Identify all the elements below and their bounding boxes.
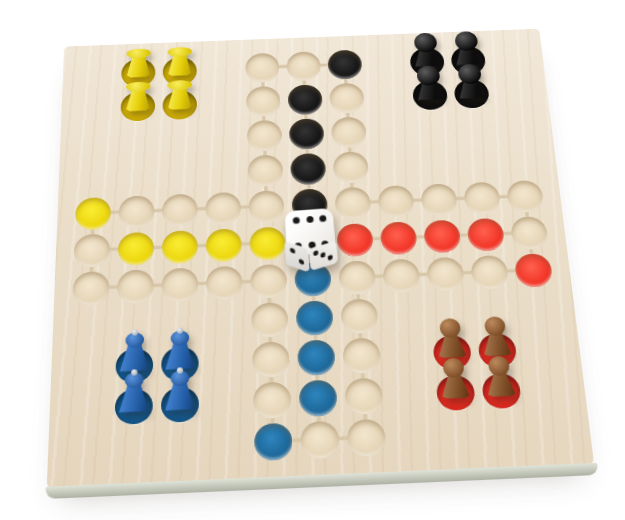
pawn-pin — [177, 327, 183, 333]
pawn-head — [126, 81, 151, 91]
pawn-head — [439, 318, 461, 338]
pawn-head — [454, 31, 478, 51]
die-pip — [293, 216, 300, 223]
brown-pawn-3[interactable] — [435, 350, 474, 401]
yellow-pawn-4[interactable] — [164, 69, 196, 112]
pawn-head — [414, 32, 438, 52]
brown-pawn-4[interactable] — [480, 348, 520, 399]
ludo-board — [47, 29, 594, 488]
pawn-body — [168, 86, 191, 109]
die-pip — [306, 215, 313, 222]
yellow-pawn-3[interactable] — [122, 71, 155, 114]
pawn-head — [488, 355, 511, 375]
pawn-pin — [131, 369, 137, 375]
pawn-head — [484, 316, 506, 336]
pawn-pin — [132, 329, 138, 335]
die-pip — [299, 258, 304, 264]
die-pip — [328, 254, 333, 260]
black-pawn-3[interactable] — [411, 60, 447, 102]
die-showing-6[interactable] — [281, 207, 341, 270]
pawn-pin — [177, 367, 183, 373]
die-pip — [290, 247, 295, 253]
pawn-head — [442, 357, 464, 378]
blue-pawn-3[interactable] — [116, 363, 152, 415]
pawn-body — [126, 88, 149, 111]
pawn-head — [167, 79, 192, 89]
pawn-head — [416, 65, 440, 86]
die-pip — [320, 251, 325, 257]
die-pip — [319, 215, 326, 222]
pawn-head — [168, 46, 192, 56]
blue-pawn-4[interactable] — [162, 361, 198, 413]
die-pip — [313, 250, 318, 256]
pawn-head — [457, 63, 481, 83]
pawn-head — [126, 48, 150, 58]
photo-stage — [0, 0, 625, 520]
black-pawn-4[interactable] — [452, 58, 488, 100]
